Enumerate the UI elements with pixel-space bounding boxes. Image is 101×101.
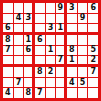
cell-r2c4[interactable] (35, 14, 45, 24)
cell-r9c2[interactable] (14, 88, 24, 98)
cell-r1c4[interactable] (35, 3, 45, 13)
cell-r8c8[interactable]: 5 (78, 78, 88, 88)
cell-r3c9[interactable] (88, 24, 98, 34)
cell-r6c7[interactable]: 1 (67, 56, 77, 66)
cell-r3c7[interactable] (67, 24, 77, 34)
cell-r3c1[interactable]: 6 (3, 24, 13, 34)
cell-r6c4[interactable] (35, 56, 45, 66)
cell-r4c6[interactable] (56, 35, 66, 45)
cell-r5c5[interactable]: 1 (46, 46, 56, 56)
cell-r1c3[interactable] (24, 3, 34, 13)
cell-r3c5[interactable]: 3 (46, 24, 56, 34)
cell-r6c1[interactable] (3, 56, 13, 66)
cell-r5c1[interactable]: 7 (3, 46, 13, 56)
cell-r2c1[interactable] (3, 14, 13, 24)
cell-r5c4[interactable] (35, 46, 45, 56)
cell-r4c5[interactable] (46, 35, 56, 45)
cell-r1c6[interactable]: 9 (56, 3, 66, 13)
cell-r1c2[interactable] (14, 3, 24, 13)
cell-r1c8[interactable] (78, 3, 88, 13)
cell-r7c7[interactable] (67, 67, 77, 77)
cell-r5c2[interactable] (14, 46, 24, 56)
cell-r8c6[interactable] (56, 78, 66, 88)
cell-r3c6[interactable]: 1 (56, 24, 66, 34)
cell-r4c8[interactable] (78, 35, 88, 45)
cell-r3c4[interactable] (35, 24, 45, 34)
cell-r8c5[interactable] (46, 78, 56, 88)
cell-r7c4[interactable]: 8 (35, 67, 45, 77)
cell-r9c7[interactable] (67, 88, 77, 98)
cell-r4c7[interactable] (67, 35, 77, 45)
cell-r9c3[interactable]: 8 (24, 88, 34, 98)
cell-r2c5[interactable] (46, 14, 56, 24)
cell-r8c9[interactable] (88, 78, 98, 88)
cell-r2c6[interactable] (56, 14, 66, 24)
cell-r1c7[interactable]: 3 (67, 3, 77, 13)
cell-r4c4[interactable]: 6 (35, 35, 45, 45)
cell-r6c8[interactable] (78, 56, 88, 66)
cell-r9c6[interactable] (56, 88, 66, 98)
cell-r2c7[interactable] (67, 14, 77, 24)
cell-r9c1[interactable]: 4 (3, 88, 13, 98)
cell-r9c4[interactable]: 7 (35, 88, 45, 98)
cell-r8c3[interactable] (24, 78, 34, 88)
cell-r6c9[interactable]: 2 (88, 56, 98, 66)
cell-r3c2[interactable] (14, 24, 24, 34)
cell-r5c9[interactable]: 5 (88, 46, 98, 56)
sudoku-board: 93643963181676185712827745487 (0, 0, 101, 101)
cell-r7c1[interactable] (3, 67, 13, 77)
cell-r7c8[interactable] (78, 67, 88, 77)
cell-r4c2[interactable] (14, 35, 24, 45)
cell-r9c9[interactable] (88, 88, 98, 98)
cell-r6c5[interactable] (46, 56, 56, 66)
cell-r5c7[interactable]: 8 (67, 46, 77, 56)
cell-r7c2[interactable] (14, 67, 24, 77)
cell-r6c6[interactable]: 7 (56, 56, 66, 66)
cell-r6c2[interactable] (14, 56, 24, 66)
cell-r2c9[interactable] (88, 14, 98, 24)
cell-r2c3[interactable]: 3 (24, 14, 34, 24)
cell-r2c8[interactable]: 9 (78, 14, 88, 24)
cell-r7c5[interactable]: 2 (46, 67, 56, 77)
cell-r4c9[interactable] (88, 35, 98, 45)
cell-r9c8[interactable] (78, 88, 88, 98)
cell-r5c6[interactable] (56, 46, 66, 56)
cell-r7c6[interactable] (56, 67, 66, 77)
cell-r5c8[interactable] (78, 46, 88, 56)
cell-r5c3[interactable]: 6 (24, 46, 34, 56)
cell-r8c1[interactable] (3, 78, 13, 88)
cell-r8c2[interactable]: 7 (14, 78, 24, 88)
cell-r9c5[interactable] (46, 88, 56, 98)
cell-r4c3[interactable]: 1 (24, 35, 34, 45)
cell-r3c3[interactable] (24, 24, 34, 34)
cell-r4c1[interactable]: 8 (3, 35, 13, 45)
cell-r1c5[interactable] (46, 3, 56, 13)
cell-r3c8[interactable] (78, 24, 88, 34)
cell-r8c4[interactable] (35, 78, 45, 88)
cell-r1c9[interactable]: 6 (88, 3, 98, 13)
cell-r7c9[interactable]: 7 (88, 67, 98, 77)
cell-r1c1[interactable] (3, 3, 13, 13)
cell-r6c3[interactable] (24, 56, 34, 66)
cell-r7c3[interactable] (24, 67, 34, 77)
cell-r8c7[interactable]: 4 (67, 78, 77, 88)
cell-r2c2[interactable]: 4 (14, 14, 24, 24)
